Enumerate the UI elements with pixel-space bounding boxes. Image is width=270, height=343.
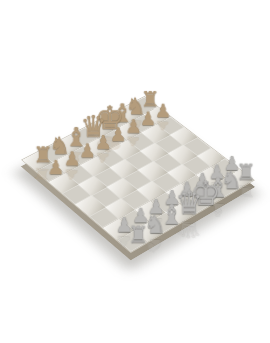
piece-silver-rook: ♜ bbox=[235, 162, 256, 184]
chess-set-product-photo: ♜♜♞♝♝♛♚♚♝♞♞♜♟♟♟♟♟♟♟♟♟♟♟♟♟♟♟♟♟♟♟♟♟♟♟♟♜♞♞♝… bbox=[0, 0, 270, 343]
chess-board: ♜♜♞♝♝♛♚♚♝♞♞♜♟♟♟♟♟♟♟♟♟♟♟♟♟♟♟♟♟♟♟♟♟♟♟♟♜♞♞♝… bbox=[22, 97, 253, 252]
piece-silver-bishop: ♝ bbox=[206, 175, 227, 201]
square-h5 bbox=[169, 127, 197, 145]
board-3d: ♜♜♞♝♝♛♚♚♝♞♞♜♟♟♟♟♟♟♟♟♟♟♟♟♟♟♟♟♟♟♟♟♟♟♟♟♜♞♞♝… bbox=[22, 97, 253, 252]
